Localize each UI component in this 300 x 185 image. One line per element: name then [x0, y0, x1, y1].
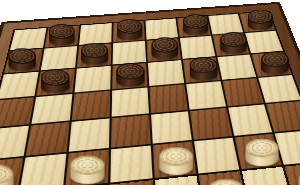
square-r3c5[interactable] — [148, 60, 184, 86]
piece-top-rings — [247, 9, 272, 23]
square-r1c1[interactable] — [10, 28, 47, 50]
dark-piece[interactable] — [80, 43, 107, 66]
light-piece[interactable] — [245, 138, 278, 166]
square-r6c4[interactable] — [110, 146, 152, 183]
light-piece[interactable] — [208, 178, 244, 185]
product-photo-scene — [0, 0, 300, 185]
square-r1c6[interactable] — [177, 16, 211, 37]
square-r1c8[interactable] — [239, 12, 275, 32]
light-piece[interactable] — [70, 155, 104, 183]
square-r3c2[interactable] — [36, 69, 75, 96]
square-r3c8[interactable] — [251, 52, 291, 77]
piece-top-rings — [48, 24, 74, 39]
square-r4c7[interactable] — [222, 78, 263, 106]
piece-top-rings — [245, 138, 278, 157]
dark-piece[interactable] — [189, 57, 217, 80]
piece-top-rings — [116, 19, 142, 34]
square-r3c1[interactable] — [0, 72, 39, 99]
piece-top-rings — [80, 43, 107, 58]
dark-piece[interactable] — [8, 48, 35, 71]
square-r1c3[interactable] — [79, 23, 112, 45]
square-r5c1[interactable] — [0, 126, 29, 160]
square-r4c4[interactable] — [112, 87, 149, 116]
square-r2c1[interactable] — [4, 49, 43, 74]
board-frame — [0, 2, 300, 185]
square-r3c6[interactable] — [183, 57, 221, 83]
square-r5c2[interactable] — [26, 122, 70, 156]
square-r2c5[interactable] — [147, 38, 181, 61]
piece-top-rings — [151, 37, 178, 52]
square-r5c3[interactable] — [69, 118, 110, 151]
dark-piece[interactable] — [220, 32, 246, 54]
square-r6c5[interactable] — [153, 142, 196, 178]
square-r2c3[interactable] — [77, 43, 111, 67]
dark-piece[interactable] — [116, 63, 144, 87]
piece-top-rings — [220, 32, 246, 47]
square-r6c2[interactable] — [20, 154, 67, 185]
square-r1c2[interactable] — [45, 26, 80, 48]
board-3d-wrapper — [0, 2, 300, 185]
piece-top-rings — [8, 48, 35, 64]
square-r2c6[interactable] — [180, 36, 215, 59]
dark-piece[interactable] — [183, 14, 208, 35]
square-r4c5[interactable] — [149, 84, 187, 113]
square-r2c7[interactable] — [213, 33, 250, 56]
dark-piece[interactable] — [261, 51, 289, 74]
square-r7c8[interactable] — [284, 163, 300, 185]
square-r6c6[interactable] — [194, 138, 239, 174]
square-r5c8[interactable] — [266, 101, 300, 132]
piece-top-rings — [116, 63, 144, 79]
dark-piece[interactable] — [40, 69, 69, 93]
piece-top-rings — [261, 51, 289, 67]
light-piece[interactable] — [298, 169, 300, 185]
square-r2c2[interactable] — [41, 46, 77, 70]
square-r7c6[interactable] — [199, 171, 248, 185]
square-r4c3[interactable] — [72, 91, 110, 121]
square-r6c3[interactable] — [65, 150, 109, 185]
light-piece[interactable] — [0, 164, 13, 185]
square-r3c4[interactable] — [112, 63, 147, 89]
piece-top-rings — [189, 57, 217, 73]
square-r4c2[interactable] — [31, 94, 72, 124]
square-r1c4[interactable] — [113, 21, 145, 42]
square-r3c3[interactable] — [75, 66, 111, 93]
dark-piece[interactable] — [247, 9, 272, 30]
dark-piece[interactable] — [151, 37, 178, 59]
square-r4c1[interactable] — [0, 97, 34, 127]
square-r5c7[interactable] — [228, 104, 272, 135]
light-piece[interactable] — [159, 147, 193, 175]
square-r4c6[interactable] — [186, 81, 226, 109]
board — [0, 11, 300, 185]
dark-piece[interactable] — [48, 24, 74, 46]
dark-piece[interactable] — [116, 19, 142, 40]
piece-top-rings — [70, 155, 104, 174]
piece-top-rings — [159, 147, 193, 166]
square-r3c7[interactable] — [217, 55, 256, 80]
square-r2c4[interactable] — [113, 41, 146, 65]
square-r6c1[interactable] — [0, 158, 23, 185]
square-r2c8[interactable] — [245, 31, 283, 54]
square-r6c7[interactable] — [235, 134, 282, 169]
square-r5c6[interactable] — [190, 108, 232, 140]
square-r4c8[interactable] — [258, 75, 300, 103]
piece-top-rings — [183, 14, 208, 28]
square-r5c5[interactable] — [151, 111, 192, 143]
square-r5c4[interactable] — [111, 115, 151, 148]
piece-top-rings — [208, 178, 244, 185]
piece-top-rings — [40, 69, 69, 85]
